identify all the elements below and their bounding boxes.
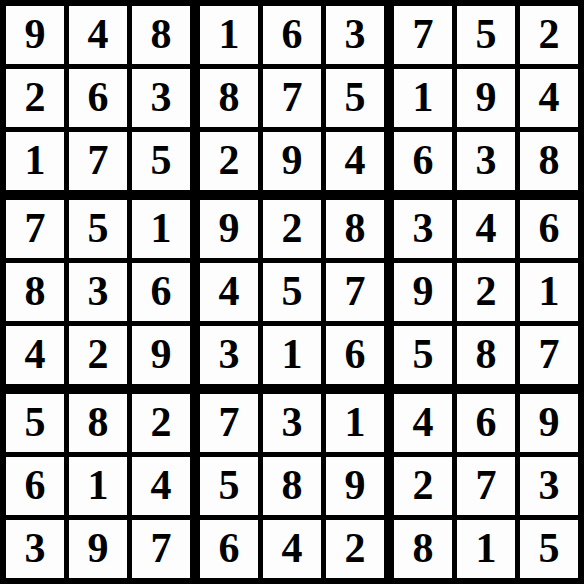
sudoku-box-2: 163875294 bbox=[200, 6, 384, 190]
cell-r6c9: 7 bbox=[520, 326, 578, 384]
cell-r1c8: 5 bbox=[457, 6, 515, 64]
cell-r3c3: 5 bbox=[132, 132, 190, 190]
cell-r3c5: 9 bbox=[263, 132, 321, 190]
cell-r4c5: 2 bbox=[263, 200, 321, 258]
cell-r4c7: 3 bbox=[394, 200, 452, 258]
cell-r9c2: 9 bbox=[69, 520, 127, 578]
sudoku-box-7: 582614397 bbox=[6, 394, 190, 578]
cell-r3c7: 6 bbox=[394, 132, 452, 190]
cell-r7c9: 9 bbox=[520, 394, 578, 452]
cell-r1c5: 6 bbox=[263, 6, 321, 64]
sudoku-box-9: 469273815 bbox=[394, 394, 578, 578]
cell-r9c1: 3 bbox=[6, 520, 64, 578]
cell-r8c5: 8 bbox=[263, 457, 321, 515]
cell-r4c6: 8 bbox=[326, 200, 384, 258]
cell-r6c6: 6 bbox=[326, 326, 384, 384]
cell-r4c3: 1 bbox=[132, 200, 190, 258]
cell-r7c8: 6 bbox=[457, 394, 515, 452]
cell-r1c2: 4 bbox=[69, 6, 127, 64]
cell-r3c1: 1 bbox=[6, 132, 64, 190]
cell-r1c6: 3 bbox=[326, 6, 384, 64]
cell-r4c8: 4 bbox=[457, 200, 515, 258]
cell-r8c9: 3 bbox=[520, 457, 578, 515]
cell-r6c4: 3 bbox=[200, 326, 258, 384]
cell-r5c8: 2 bbox=[457, 263, 515, 321]
cell-r1c3: 8 bbox=[132, 6, 190, 64]
cell-r8c1: 6 bbox=[6, 457, 64, 515]
cell-r8c3: 4 bbox=[132, 457, 190, 515]
cell-r6c8: 8 bbox=[457, 326, 515, 384]
cell-r9c8: 1 bbox=[457, 520, 515, 578]
cell-r6c3: 9 bbox=[132, 326, 190, 384]
sudoku-box-3: 752194638 bbox=[394, 6, 578, 190]
cell-r5c5: 5 bbox=[263, 263, 321, 321]
cell-r9c6: 2 bbox=[326, 520, 384, 578]
cell-r2c9: 4 bbox=[520, 69, 578, 127]
cell-r4c9: 6 bbox=[520, 200, 578, 258]
cell-r2c5: 7 bbox=[263, 69, 321, 127]
cell-r1c1: 9 bbox=[6, 6, 64, 64]
cell-r5c7: 9 bbox=[394, 263, 452, 321]
cell-r5c9: 1 bbox=[520, 263, 578, 321]
cell-r5c3: 6 bbox=[132, 263, 190, 321]
sudoku-box-1: 948263175 bbox=[6, 6, 190, 190]
cell-r7c2: 8 bbox=[69, 394, 127, 452]
cell-r5c4: 4 bbox=[200, 263, 258, 321]
cell-r5c1: 8 bbox=[6, 263, 64, 321]
sudoku-box-5: 928457316 bbox=[200, 200, 384, 384]
cell-r6c7: 5 bbox=[394, 326, 452, 384]
cell-r3c9: 8 bbox=[520, 132, 578, 190]
cell-r4c2: 5 bbox=[69, 200, 127, 258]
cell-r3c8: 3 bbox=[457, 132, 515, 190]
cell-r6c1: 4 bbox=[6, 326, 64, 384]
cell-r9c9: 5 bbox=[520, 520, 578, 578]
cell-r3c4: 2 bbox=[200, 132, 258, 190]
cell-r7c6: 1 bbox=[326, 394, 384, 452]
cell-r9c4: 6 bbox=[200, 520, 258, 578]
cell-r8c4: 5 bbox=[200, 457, 258, 515]
sudoku-box-8: 731589642 bbox=[200, 394, 384, 578]
cell-r8c6: 9 bbox=[326, 457, 384, 515]
cell-r4c1: 7 bbox=[6, 200, 64, 258]
sudoku-board: 9482631751638752947521946387518364299284… bbox=[0, 0, 584, 584]
cell-r6c5: 1 bbox=[263, 326, 321, 384]
cell-r2c7: 1 bbox=[394, 69, 452, 127]
cell-r2c4: 8 bbox=[200, 69, 258, 127]
cell-r2c3: 3 bbox=[132, 69, 190, 127]
cell-r7c3: 2 bbox=[132, 394, 190, 452]
cell-r3c6: 4 bbox=[326, 132, 384, 190]
sudoku-box-6: 346921587 bbox=[394, 200, 578, 384]
cell-r4c4: 9 bbox=[200, 200, 258, 258]
cell-r6c2: 2 bbox=[69, 326, 127, 384]
sudoku-box-4: 751836429 bbox=[6, 200, 190, 384]
cell-r9c5: 4 bbox=[263, 520, 321, 578]
cell-r8c2: 1 bbox=[69, 457, 127, 515]
cell-r7c4: 7 bbox=[200, 394, 258, 452]
cell-r5c6: 7 bbox=[326, 263, 384, 321]
cell-r1c4: 1 bbox=[200, 6, 258, 64]
cell-r9c3: 7 bbox=[132, 520, 190, 578]
cell-r5c2: 3 bbox=[69, 263, 127, 321]
cell-r9c7: 8 bbox=[394, 520, 452, 578]
cell-r2c2: 6 bbox=[69, 69, 127, 127]
cell-r8c8: 7 bbox=[457, 457, 515, 515]
cell-r2c1: 2 bbox=[6, 69, 64, 127]
cell-r7c1: 5 bbox=[6, 394, 64, 452]
cell-r1c7: 7 bbox=[394, 6, 452, 64]
cell-r7c7: 4 bbox=[394, 394, 452, 452]
cell-r7c5: 3 bbox=[263, 394, 321, 452]
cell-r8c7: 2 bbox=[394, 457, 452, 515]
cell-r1c9: 2 bbox=[520, 6, 578, 64]
cell-r2c8: 9 bbox=[457, 69, 515, 127]
cell-r3c2: 7 bbox=[69, 132, 127, 190]
cell-r2c6: 5 bbox=[326, 69, 384, 127]
